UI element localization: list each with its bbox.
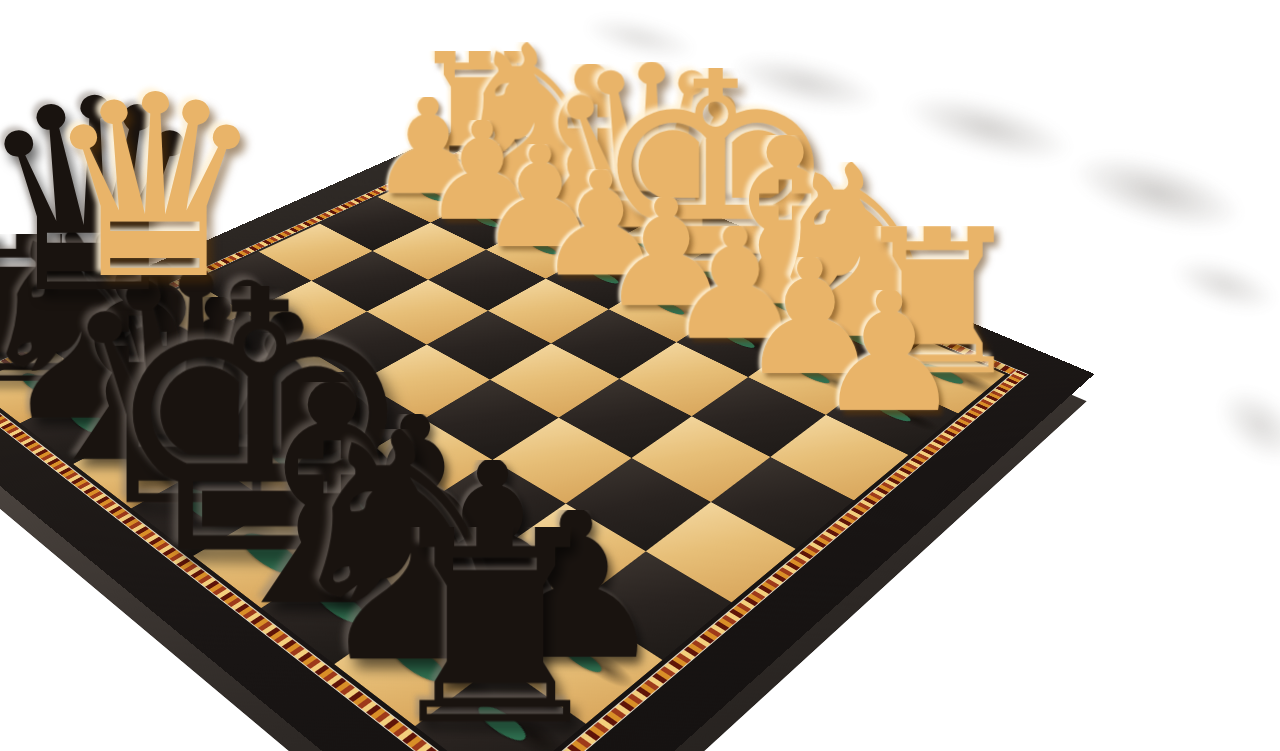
extra-white-queen: ♛ — [42, 62, 262, 314]
cast-shadow — [1184, 353, 1280, 496]
chess-set-photo: ♜♞♟♝♟♛♟♚♟♝♟♞♟♟♜♟♟♜♟♟♞♟♝♟♛♟♚♟♝♟♞♜ ♛ ♛ — [0, 0, 1280, 751]
white-queen-glyph: ♛ — [42, 41, 268, 334]
piece-white-pawn-h2: ♟ — [734, 290, 1044, 416]
piece-black-rook-h8: ♜ — [295, 527, 695, 730]
